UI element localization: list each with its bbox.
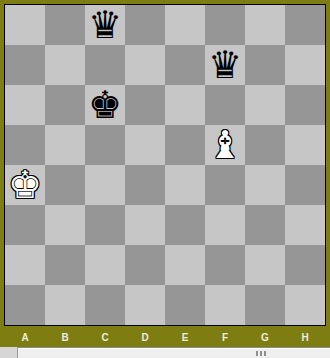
square-d6[interactable] (125, 85, 165, 125)
white-king-piece[interactable]: ♚ (8, 165, 42, 205)
square-g3[interactable] (245, 205, 285, 245)
square-g6[interactable] (245, 85, 285, 125)
square-e5[interactable] (165, 125, 205, 165)
square-f6[interactable] (205, 85, 245, 125)
file-labels: A B C D E F G H (5, 328, 325, 346)
square-g1[interactable] (245, 285, 285, 325)
square-g5[interactable] (245, 125, 285, 165)
file-label-d: D (125, 328, 165, 346)
square-h6[interactable] (285, 85, 325, 125)
file-label-h: H (285, 328, 325, 346)
square-g2[interactable] (245, 245, 285, 285)
square-c4[interactable] (85, 165, 125, 205)
square-h5[interactable] (285, 125, 325, 165)
chess-board: ♛♛♚♝♚ (5, 5, 325, 325)
square-c1[interactable] (85, 285, 125, 325)
drag-grip-icon[interactable] (256, 351, 266, 356)
square-h2[interactable] (285, 245, 325, 285)
square-d4[interactable] (125, 165, 165, 205)
square-b7[interactable] (45, 45, 85, 85)
file-label-f: F (205, 328, 245, 346)
square-e6[interactable] (165, 85, 205, 125)
file-label-b: B (45, 328, 85, 346)
square-a2[interactable] (5, 245, 45, 285)
square-b6[interactable] (45, 85, 85, 125)
square-a5[interactable] (5, 125, 45, 165)
square-b3[interactable] (45, 205, 85, 245)
square-e2[interactable] (165, 245, 205, 285)
square-f5[interactable]: ♝ (205, 125, 245, 165)
square-f4[interactable] (205, 165, 245, 205)
square-a6[interactable] (5, 85, 45, 125)
square-h3[interactable] (285, 205, 325, 245)
black-queen-piece[interactable]: ♛ (88, 5, 122, 45)
square-d7[interactable] (125, 45, 165, 85)
square-b4[interactable] (45, 165, 85, 205)
square-c3[interactable] (85, 205, 125, 245)
square-a8[interactable] (5, 5, 45, 45)
square-c2[interactable] (85, 245, 125, 285)
square-d2[interactable] (125, 245, 165, 285)
square-b1[interactable] (45, 285, 85, 325)
square-b2[interactable] (45, 245, 85, 285)
square-e4[interactable] (165, 165, 205, 205)
square-f8[interactable] (205, 5, 245, 45)
square-e7[interactable] (165, 45, 205, 85)
square-e8[interactable] (165, 5, 205, 45)
square-g4[interactable] (245, 165, 285, 205)
square-c7[interactable] (85, 45, 125, 85)
square-f2[interactable] (205, 245, 245, 285)
square-h1[interactable] (285, 285, 325, 325)
square-a7[interactable] (5, 45, 45, 85)
square-f3[interactable] (205, 205, 245, 245)
square-d8[interactable] (125, 5, 165, 45)
square-b5[interactable] (45, 125, 85, 165)
black-king-piece[interactable]: ♚ (88, 85, 122, 125)
bottom-scroll-strip (0, 347, 330, 358)
square-g7[interactable] (245, 45, 285, 85)
square-f7[interactable]: ♛ (205, 45, 245, 85)
square-d3[interactable] (125, 205, 165, 245)
square-e3[interactable] (165, 205, 205, 245)
square-d5[interactable] (125, 125, 165, 165)
black-queen-piece[interactable]: ♛ (208, 45, 242, 85)
scroll-strip-left-box (0, 347, 18, 358)
square-a3[interactable] (5, 205, 45, 245)
square-h8[interactable] (285, 5, 325, 45)
square-c8[interactable]: ♛ (85, 5, 125, 45)
file-label-g: G (245, 328, 285, 346)
square-h4[interactable] (285, 165, 325, 205)
square-c5[interactable] (85, 125, 125, 165)
square-b8[interactable] (45, 5, 85, 45)
square-c6[interactable]: ♚ (85, 85, 125, 125)
square-e1[interactable] (165, 285, 205, 325)
white-bishop-piece[interactable]: ♝ (208, 125, 242, 165)
file-label-c: C (85, 328, 125, 346)
square-d1[interactable] (125, 285, 165, 325)
square-a4[interactable]: ♚ (5, 165, 45, 205)
scroll-strip-track[interactable] (18, 347, 330, 357)
square-g8[interactable] (245, 5, 285, 45)
square-h7[interactable] (285, 45, 325, 85)
square-a1[interactable] (5, 285, 45, 325)
board-frame: ♛♛♚♝♚ (4, 4, 326, 326)
square-f1[interactable] (205, 285, 245, 325)
file-label-a: A (5, 328, 45, 346)
file-label-e: E (165, 328, 205, 346)
